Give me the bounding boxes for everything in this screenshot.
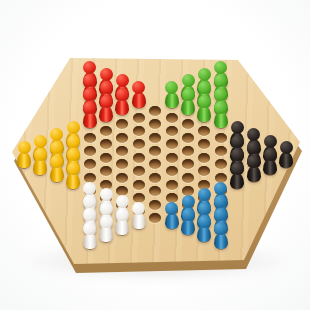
board-hole[interactable] xyxy=(166,126,178,136)
peg-head xyxy=(198,202,211,215)
peg-red[interactable] xyxy=(99,95,113,122)
board-hole[interactable] xyxy=(182,133,194,143)
board-hole[interactable] xyxy=(84,146,96,156)
board-hole[interactable] xyxy=(166,139,178,149)
peg-head xyxy=(214,208,227,221)
peg-blue[interactable] xyxy=(197,215,211,242)
peg-body xyxy=(214,112,228,128)
peg-red[interactable] xyxy=(115,88,129,115)
board-hole[interactable] xyxy=(149,133,161,143)
peg-body xyxy=(50,166,64,182)
board-hole[interactable] xyxy=(149,106,161,116)
peg-head xyxy=(231,135,244,148)
peg-green[interactable] xyxy=(214,101,228,128)
peg-body xyxy=(115,99,129,115)
peg-black[interactable] xyxy=(279,141,293,168)
board-hole[interactable] xyxy=(215,146,227,156)
peg-head xyxy=(83,222,96,235)
peg-head xyxy=(67,148,80,161)
peg-head xyxy=(182,74,195,87)
peg-head xyxy=(165,81,178,94)
peg-head xyxy=(83,182,96,195)
board-hole[interactable] xyxy=(133,180,145,190)
peg-head xyxy=(83,101,96,114)
board-hole[interactable] xyxy=(100,153,112,163)
peg-body xyxy=(181,99,195,115)
board-hole[interactable] xyxy=(198,153,210,163)
peg-yellow[interactable] xyxy=(66,162,80,189)
peg-head xyxy=(116,74,129,87)
peg-body xyxy=(165,92,179,108)
peg-head xyxy=(50,128,63,141)
peg-head xyxy=(264,148,277,161)
peg-head xyxy=(67,121,80,134)
peg-head xyxy=(214,74,227,87)
peg-head xyxy=(116,195,129,208)
peg-head xyxy=(182,88,195,101)
peg-head xyxy=(198,215,211,228)
board-hole[interactable] xyxy=(166,180,178,190)
peg-head xyxy=(214,101,227,114)
peg-head xyxy=(100,81,113,94)
peg-body xyxy=(17,152,31,168)
peg-head xyxy=(83,208,96,221)
board-hole[interactable] xyxy=(100,126,112,136)
peg-body xyxy=(263,159,277,175)
peg-head xyxy=(116,208,129,221)
peg-body xyxy=(247,166,261,182)
peg-body xyxy=(66,173,80,189)
peg-body xyxy=(83,233,97,249)
peg-body xyxy=(132,92,146,108)
peg-head xyxy=(83,195,96,208)
peg-black[interactable] xyxy=(230,162,244,189)
peg-white[interactable] xyxy=(115,208,129,235)
peg-blue[interactable] xyxy=(214,222,228,249)
peg-head xyxy=(83,88,96,101)
peg-head xyxy=(264,135,277,148)
peg-body xyxy=(230,173,244,189)
peg-head xyxy=(100,68,113,81)
peg-head xyxy=(34,148,47,161)
peg-green[interactable] xyxy=(165,81,179,108)
peg-body xyxy=(99,226,113,242)
peg-body xyxy=(197,106,211,122)
peg-body xyxy=(214,233,228,249)
peg-head xyxy=(50,155,63,168)
peg-blue[interactable] xyxy=(181,208,195,235)
peg-head xyxy=(247,128,260,141)
peg-body xyxy=(33,159,47,175)
board-hole[interactable] xyxy=(182,173,194,183)
peg-body xyxy=(115,219,129,235)
board-hole[interactable] xyxy=(133,166,145,176)
peg-head xyxy=(280,141,293,154)
peg-body xyxy=(279,152,293,168)
board-hole[interactable] xyxy=(182,146,194,156)
peg-red[interactable] xyxy=(132,81,146,108)
peg-head xyxy=(198,188,211,201)
peg-head xyxy=(100,215,113,228)
peg-yellow[interactable] xyxy=(17,141,31,168)
peg-body xyxy=(83,112,97,128)
product-photo-stage xyxy=(0,0,310,310)
peg-head xyxy=(67,162,80,175)
board-hole[interactable] xyxy=(166,113,178,123)
peg-head xyxy=(132,202,145,215)
peg-head xyxy=(83,61,96,74)
peg-body xyxy=(132,213,146,229)
board-hole[interactable] xyxy=(133,126,145,136)
board-hole[interactable] xyxy=(149,173,161,183)
peg-head xyxy=(247,141,260,154)
board-hole[interactable] xyxy=(166,153,178,163)
board-hole[interactable] xyxy=(84,133,96,143)
peg-head xyxy=(182,195,195,208)
peg-head xyxy=(214,222,227,235)
peg-body xyxy=(99,106,113,122)
peg-body xyxy=(197,226,211,242)
board-hole[interactable] xyxy=(149,200,161,210)
board-hole[interactable] xyxy=(215,133,227,143)
peg-white[interactable] xyxy=(99,215,113,242)
peg-black[interactable] xyxy=(263,148,277,175)
peg-head xyxy=(100,188,113,201)
peg-green[interactable] xyxy=(181,88,195,115)
peg-head xyxy=(214,61,227,74)
peg-yellow[interactable] xyxy=(50,155,64,182)
peg-head xyxy=(100,202,113,215)
peg-head xyxy=(165,202,178,215)
peg-head xyxy=(198,81,211,94)
peg-white[interactable] xyxy=(83,222,97,249)
peg-red[interactable] xyxy=(83,101,97,128)
peg-black[interactable] xyxy=(247,155,261,182)
peg-head xyxy=(231,148,244,161)
peg-head xyxy=(198,68,211,81)
peg-head xyxy=(34,135,47,148)
board-hole[interactable] xyxy=(133,113,145,123)
peg-head xyxy=(50,141,63,154)
peg-head xyxy=(132,81,145,94)
peg-head xyxy=(214,182,227,195)
peg-yellow[interactable] xyxy=(33,148,47,175)
peg-head xyxy=(100,95,113,108)
peg-head xyxy=(198,95,211,108)
peg-body xyxy=(165,213,179,229)
peg-head xyxy=(18,141,31,154)
peg-head xyxy=(231,121,244,134)
peg-blue[interactable] xyxy=(165,202,179,229)
peg-head xyxy=(231,162,244,175)
peg-head xyxy=(116,88,129,101)
peg-white[interactable] xyxy=(132,202,146,229)
peg-green[interactable] xyxy=(197,95,211,122)
peg-head xyxy=(67,135,80,148)
peg-head xyxy=(83,74,96,87)
peg-head xyxy=(214,88,227,101)
peg-head xyxy=(214,195,227,208)
peg-head xyxy=(247,155,260,168)
board-hole[interactable] xyxy=(116,133,128,143)
board-hole[interactable] xyxy=(166,166,178,176)
peg-body xyxy=(181,219,195,235)
board-hole[interactable] xyxy=(133,153,145,163)
peg-head xyxy=(182,208,195,221)
